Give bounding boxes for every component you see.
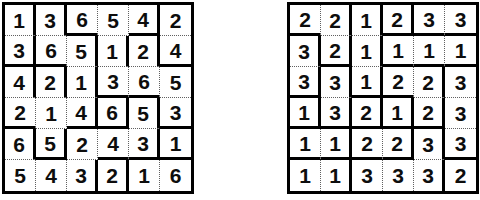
right-cell-r1c2: 2 [321, 5, 352, 36]
right-cell-r6c5: 3 [414, 160, 445, 191]
right-cell-r2c6: 1 [445, 36, 476, 67]
left-cell-r5c2: 5 [36, 129, 67, 160]
right-cell-r5c4: 2 [383, 129, 414, 160]
right-cell-r5c3: 2 [352, 129, 383, 160]
right-cell-r6c6: 2 [445, 160, 476, 191]
left-cell-r1c6: 2 [160, 5, 191, 36]
left-cell-r2c4: 1 [98, 36, 129, 67]
left-cell-r2c5: 2 [129, 36, 160, 67]
left-cell-r4c3: 4 [67, 98, 98, 129]
left-puzzle-board: 136542365124421365214653652431543216 [2, 2, 194, 194]
right-cell-r2c5: 1 [414, 36, 445, 67]
right-cell-r4c6: 3 [445, 98, 476, 129]
right-cell-r4c1: 1 [290, 98, 321, 129]
right-cell-r1c1: 2 [290, 5, 321, 36]
right-cell-r3c2: 3 [321, 67, 352, 98]
right-cell-r3c4: 2 [383, 67, 414, 98]
left-cell-r5c3: 2 [67, 129, 98, 160]
left-cell-r3c1: 4 [5, 67, 36, 98]
right-cell-r6c4: 3 [383, 160, 414, 191]
left-cell-r6c4: 2 [98, 160, 129, 191]
right-cell-r6c3: 3 [352, 160, 383, 191]
left-cell-r2c1: 3 [5, 36, 36, 67]
left-cell-r5c5: 3 [129, 129, 160, 160]
left-cell-r6c1: 5 [5, 160, 36, 191]
left-cell-r1c2: 3 [36, 5, 67, 36]
left-cell-r6c2: 4 [36, 160, 67, 191]
right-cell-r1c4: 2 [383, 5, 414, 36]
right-cell-r4c2: 3 [321, 98, 352, 129]
right-cell-r5c1: 1 [290, 129, 321, 160]
right-cell-r1c3: 1 [352, 5, 383, 36]
left-cell-r4c2: 1 [36, 98, 67, 129]
right-cell-r2c1: 3 [290, 36, 321, 67]
puzzle-page: { "game": "two solved 6x6 region-divisio… [0, 0, 480, 200]
right-cell-r3c5: 2 [414, 67, 445, 98]
left-cell-r5c1: 6 [5, 129, 36, 160]
left-cell-r5c6: 1 [160, 129, 191, 160]
left-cell-r3c2: 2 [36, 67, 67, 98]
right-cell-r6c1: 1 [290, 160, 321, 191]
right-cell-r3c6: 3 [445, 67, 476, 98]
right-cell-r3c3: 1 [352, 67, 383, 98]
right-cell-r2c2: 2 [321, 36, 352, 67]
left-cell-r3c6: 5 [160, 67, 191, 98]
left-cell-r2c2: 6 [36, 36, 67, 67]
right-cell-r5c6: 3 [445, 129, 476, 160]
left-cell-r4c5: 5 [129, 98, 160, 129]
right-cell-r1c6: 3 [445, 5, 476, 36]
right-cell-r6c2: 1 [321, 160, 352, 191]
right-cell-r4c5: 2 [414, 98, 445, 129]
left-cell-r4c4: 6 [98, 98, 129, 129]
right-cell-r1c5: 3 [414, 5, 445, 36]
left-cell-r3c3: 1 [67, 67, 98, 98]
left-cell-r1c4: 5 [98, 5, 129, 36]
left-cell-r4c1: 2 [5, 98, 36, 129]
right-cell-r2c3: 1 [352, 36, 383, 67]
right-puzzle-board: 221233321111331223132123112233113332 [287, 2, 479, 194]
left-cell-r1c3: 6 [67, 5, 98, 36]
left-cell-r6c5: 1 [129, 160, 160, 191]
left-cell-r4c6: 3 [160, 98, 191, 129]
left-cell-r3c5: 6 [129, 67, 160, 98]
left-cell-r3c4: 3 [98, 67, 129, 98]
left-cell-r1c1: 1 [5, 5, 36, 36]
left-cell-r2c3: 5 [67, 36, 98, 67]
right-cell-r5c2: 1 [321, 129, 352, 160]
right-cell-r5c5: 3 [414, 129, 445, 160]
left-cell-r1c5: 4 [129, 5, 160, 36]
right-cell-r2c4: 1 [383, 36, 414, 67]
left-cell-r6c6: 6 [160, 160, 191, 191]
left-cell-r2c6: 4 [160, 36, 191, 67]
left-cell-r6c3: 3 [67, 160, 98, 191]
left-cell-r5c4: 4 [98, 129, 129, 160]
right-cell-r3c1: 3 [290, 67, 321, 98]
right-cell-r4c4: 1 [383, 98, 414, 129]
right-cell-r4c3: 2 [352, 98, 383, 129]
